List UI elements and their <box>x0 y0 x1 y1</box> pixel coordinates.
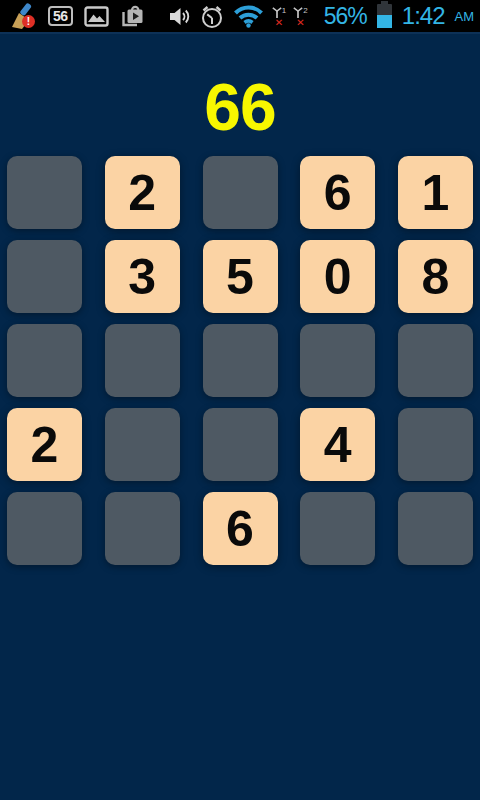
volume-speaker-icon <box>168 6 192 27</box>
tile-r1-c3[interactable] <box>203 156 278 229</box>
tile-r4-c1[interactable]: 2 <box>7 408 82 481</box>
sim2-no-signal-icon: 2 ✕ <box>293 7 307 28</box>
sim1-no-signal-icon: 1 ✕ <box>272 7 286 28</box>
tile-r2-c4[interactable]: 0 <box>300 240 375 313</box>
tile-r5-c4[interactable] <box>300 492 375 565</box>
tile-r1-c1[interactable] <box>7 156 82 229</box>
tile-r5-c5[interactable] <box>398 492 473 565</box>
tile-r3-c3[interactable] <box>203 324 278 397</box>
sim1-fail-x: ✕ <box>275 18 283 28</box>
notification-counter: 56 <box>48 6 73 26</box>
tile-r2-c1[interactable] <box>7 240 82 313</box>
clock-ampm: AM <box>455 9 475 24</box>
score-display: 66 <box>0 72 480 142</box>
tile-r2-c3[interactable]: 5 <box>203 240 278 313</box>
tile-r2-c2[interactable]: 3 <box>105 240 180 313</box>
cleaner-broom-icon: ! <box>10 3 37 30</box>
game-board: 2 6 1 3 5 0 8 2 4 6 <box>0 156 480 565</box>
battery-fill <box>377 15 392 28</box>
tile-r4-c3[interactable] <box>203 408 278 481</box>
tile-r4-c2[interactable] <box>105 408 180 481</box>
tile-r1-c5[interactable]: 1 <box>398 156 473 229</box>
tile-r5-c2[interactable] <box>105 492 180 565</box>
tile-r2-c5[interactable]: 8 <box>398 240 473 313</box>
tile-r4-c4[interactable]: 4 <box>300 408 375 481</box>
svg-text:!: ! <box>27 16 30 27</box>
sim2-fail-x: ✕ <box>296 18 304 28</box>
tile-r3-c4[interactable] <box>300 324 375 397</box>
tile-r4-c5[interactable] <box>398 408 473 481</box>
alarm-clock-icon <box>199 4 225 29</box>
tile-r1-c4[interactable]: 6 <box>300 156 375 229</box>
tile-r1-c2[interactable]: 2 <box>105 156 180 229</box>
battery-percent-text: 56% <box>324 3 367 30</box>
tile-r3-c2[interactable] <box>105 324 180 397</box>
sim2-number: 2 <box>303 7 307 15</box>
gallery-icon <box>84 6 109 27</box>
wifi-icon <box>232 4 265 28</box>
tile-r5-c1[interactable] <box>7 492 82 565</box>
battery-icon <box>377 4 392 28</box>
play-store-bag-icon <box>120 4 146 28</box>
tile-r3-c1[interactable] <box>7 324 82 397</box>
tile-r5-c3[interactable]: 6 <box>203 492 278 565</box>
sim1-number: 1 <box>282 7 286 15</box>
tile-r3-c5[interactable] <box>398 324 473 397</box>
clock-time: 1:42 <box>402 2 445 30</box>
status-bar: ! 56 <box>0 0 480 34</box>
